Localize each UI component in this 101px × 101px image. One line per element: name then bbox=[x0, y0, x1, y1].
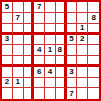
sudoku-board: 57781352418643217 bbox=[0, 0, 101, 101]
cell-r6c7[interactable] bbox=[67, 56, 78, 67]
cell-r2c7[interactable] bbox=[67, 13, 78, 24]
cell-r2c5[interactable] bbox=[45, 13, 56, 24]
cell-r5c8[interactable] bbox=[77, 45, 88, 56]
cell-r6c1[interactable] bbox=[2, 56, 13, 67]
cell-r8c4[interactable] bbox=[34, 78, 45, 89]
cell-r4c7[interactable]: 5 bbox=[67, 35, 78, 46]
cell-r2c9[interactable]: 8 bbox=[88, 13, 99, 24]
cell-r3c1[interactable] bbox=[2, 24, 13, 35]
cell-r5c4[interactable]: 4 bbox=[34, 45, 45, 56]
cell-r9c7[interactable]: 7 bbox=[67, 88, 78, 99]
cell-r1c5[interactable] bbox=[45, 2, 56, 13]
cell-r6c8[interactable] bbox=[77, 56, 88, 67]
cell-r4c9[interactable] bbox=[88, 35, 99, 46]
cell-r7c8[interactable] bbox=[77, 67, 88, 78]
cell-r3c2[interactable] bbox=[13, 24, 24, 35]
cell-r5c7[interactable] bbox=[67, 45, 78, 56]
cell-r9c8[interactable] bbox=[77, 88, 88, 99]
cell-r5c6[interactable]: 8 bbox=[56, 45, 67, 56]
cell-r3c8[interactable]: 1 bbox=[77, 24, 88, 35]
cell-r2c4[interactable] bbox=[34, 13, 45, 24]
cell-r3c9[interactable] bbox=[88, 24, 99, 35]
cell-r3c6[interactable] bbox=[56, 24, 67, 35]
cell-r4c4[interactable] bbox=[34, 35, 45, 46]
cell-r5c1[interactable] bbox=[2, 45, 13, 56]
cell-r1c1[interactable]: 5 bbox=[2, 2, 13, 13]
cell-r4c2[interactable] bbox=[13, 35, 24, 46]
cell-r2c2[interactable]: 7 bbox=[13, 13, 24, 24]
cell-r8c5[interactable] bbox=[45, 78, 56, 89]
cell-r9c9[interactable] bbox=[88, 88, 99, 99]
cell-r2c8[interactable] bbox=[77, 13, 88, 24]
cell-r3c3[interactable] bbox=[24, 24, 35, 35]
cell-r9c4[interactable] bbox=[34, 88, 45, 99]
cell-r4c3[interactable] bbox=[24, 35, 35, 46]
cell-r1c6[interactable] bbox=[56, 2, 67, 13]
cell-r9c6[interactable] bbox=[56, 88, 67, 99]
cell-r5c3[interactable] bbox=[24, 45, 35, 56]
cell-r1c8[interactable] bbox=[77, 2, 88, 13]
cell-r2c1[interactable] bbox=[2, 13, 13, 24]
cell-r7c3[interactable] bbox=[24, 67, 35, 78]
cell-r7c4[interactable]: 6 bbox=[34, 67, 45, 78]
cell-r9c1[interactable] bbox=[2, 88, 13, 99]
cell-r1c2[interactable] bbox=[13, 2, 24, 13]
cell-r6c6[interactable] bbox=[56, 56, 67, 67]
cell-r4c8[interactable]: 2 bbox=[77, 35, 88, 46]
cell-r8c2[interactable]: 1 bbox=[13, 78, 24, 89]
cell-r8c9[interactable] bbox=[88, 78, 99, 89]
cell-r6c5[interactable] bbox=[45, 56, 56, 67]
cell-r4c1[interactable]: 3 bbox=[2, 35, 13, 46]
cell-r3c7[interactable] bbox=[67, 24, 78, 35]
cell-r7c6[interactable] bbox=[56, 67, 67, 78]
cell-r6c2[interactable] bbox=[13, 56, 24, 67]
cell-r7c2[interactable] bbox=[13, 67, 24, 78]
cell-r3c4[interactable] bbox=[34, 24, 45, 35]
cell-r6c3[interactable] bbox=[24, 56, 35, 67]
cell-r4c6[interactable] bbox=[56, 35, 67, 46]
cell-r7c1[interactable] bbox=[2, 67, 13, 78]
cell-r6c9[interactable] bbox=[88, 56, 99, 67]
cell-r5c5[interactable]: 1 bbox=[45, 45, 56, 56]
cell-r6c4[interactable] bbox=[34, 56, 45, 67]
cell-r7c5[interactable]: 4 bbox=[45, 67, 56, 78]
cell-r9c2[interactable] bbox=[13, 88, 24, 99]
cell-r8c8[interactable] bbox=[77, 78, 88, 89]
cell-r7c9[interactable] bbox=[88, 67, 99, 78]
cell-r2c3[interactable] bbox=[24, 13, 35, 24]
cell-r1c3[interactable] bbox=[24, 2, 35, 13]
cell-r9c5[interactable] bbox=[45, 88, 56, 99]
cell-r8c3[interactable] bbox=[24, 78, 35, 89]
cell-r8c7[interactable] bbox=[67, 78, 78, 89]
cell-r5c9[interactable] bbox=[88, 45, 99, 56]
cell-r4c5[interactable] bbox=[45, 35, 56, 46]
cell-r2c6[interactable] bbox=[56, 13, 67, 24]
cell-r1c4[interactable]: 7 bbox=[34, 2, 45, 13]
cell-r1c7[interactable] bbox=[67, 2, 78, 13]
cell-r7c7[interactable]: 3 bbox=[67, 67, 78, 78]
cell-r8c6[interactable] bbox=[56, 78, 67, 89]
cell-r5c2[interactable] bbox=[13, 45, 24, 56]
cell-r9c3[interactable] bbox=[24, 88, 35, 99]
cell-r3c5[interactable] bbox=[45, 24, 56, 35]
cell-r8c1[interactable]: 2 bbox=[2, 78, 13, 89]
cell-r1c9[interactable] bbox=[88, 2, 99, 13]
